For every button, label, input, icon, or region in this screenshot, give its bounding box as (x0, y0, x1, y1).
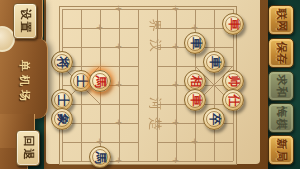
undo-step-button[interactable]: 回退 (16, 130, 40, 166)
xiangqi-board[interactable]: 界汉 河楚 ++++++++++++++ 将士馬士象馬車車車相帅車仕卒 (46, 0, 260, 164)
point-marker: + (114, 118, 123, 127)
point-marker: + (190, 137, 199, 146)
piece-glyph: 士 (73, 75, 90, 87)
piece-black-馬[interactable]: 馬 (89, 146, 111, 168)
piece-glyph: 車 (187, 37, 204, 49)
save-button-label: 保存 (274, 41, 289, 65)
undo-step-button-label: 回退 (21, 135, 36, 161)
piece-glyph: 馬 (92, 75, 109, 87)
point-marker: + (114, 42, 123, 51)
piece-glyph: 相 (187, 75, 204, 87)
point-marker: + (114, 156, 123, 165)
tab-single-player-mode[interactable]: 单机场 (4, 50, 44, 114)
piece-red-仕[interactable]: 仕 (222, 89, 244, 111)
save-button[interactable]: 保存 (268, 38, 294, 68)
board-frame: 界汉 河楚 ++++++++++++++ 将士馬士象馬車車車相帅車仕卒 (44, 0, 268, 169)
piece-red-車[interactable]: 車 (184, 89, 206, 111)
piece-glyph: 車 (225, 18, 242, 30)
piece-glyph: 車 (206, 56, 223, 68)
piece-glyph: 車 (187, 94, 204, 106)
settings-button-label: 设置 (18, 8, 33, 34)
settings-button[interactable]: 设置 (13, 3, 37, 39)
point-marker: + (114, 4, 123, 13)
piece-glyph: 馬 (92, 151, 109, 163)
undo-move-button[interactable]: 悔棋 (268, 103, 294, 133)
mode-tab-label: 单机场 (17, 60, 32, 105)
point-marker: + (171, 156, 180, 165)
new-game-button[interactable]: 新局 (268, 135, 294, 165)
online-button[interactable]: 联网 (268, 5, 294, 35)
piece-glyph: 卒 (206, 113, 223, 125)
left-sidebar: 设置 单机场 回退 (0, 0, 60, 169)
online-button-label: 联网 (274, 8, 289, 32)
game-screen: 界汉 河楚 ++++++++++++++ 将士馬士象馬車車車相帅車仕卒 设置 单… (0, 0, 300, 169)
piece-black-卒[interactable]: 卒 (203, 108, 225, 130)
point-marker: + (171, 42, 180, 51)
piece-red-車[interactable]: 車 (222, 13, 244, 35)
point-marker: + (171, 4, 180, 13)
piece-glyph: 仕 (225, 94, 242, 106)
new-game-button-label: 新局 (274, 138, 289, 162)
point-marker: + (95, 23, 104, 32)
draw-offer-button[interactable]: 求和 (268, 71, 294, 101)
piece-red-馬[interactable]: 馬 (89, 70, 111, 92)
point-marker: + (95, 137, 104, 146)
draw-offer-button-label: 求和 (274, 74, 289, 98)
point-marker: + (190, 23, 199, 32)
piece-glyph: 帅 (225, 75, 242, 87)
point-marker: + (171, 118, 180, 127)
point-marker: + (114, 80, 123, 89)
undo-move-button-label: 悔棋 (274, 106, 289, 130)
point-marker: + (171, 80, 180, 89)
piece-black-車[interactable]: 車 (184, 32, 206, 54)
piece-black-車[interactable]: 車 (203, 51, 225, 73)
